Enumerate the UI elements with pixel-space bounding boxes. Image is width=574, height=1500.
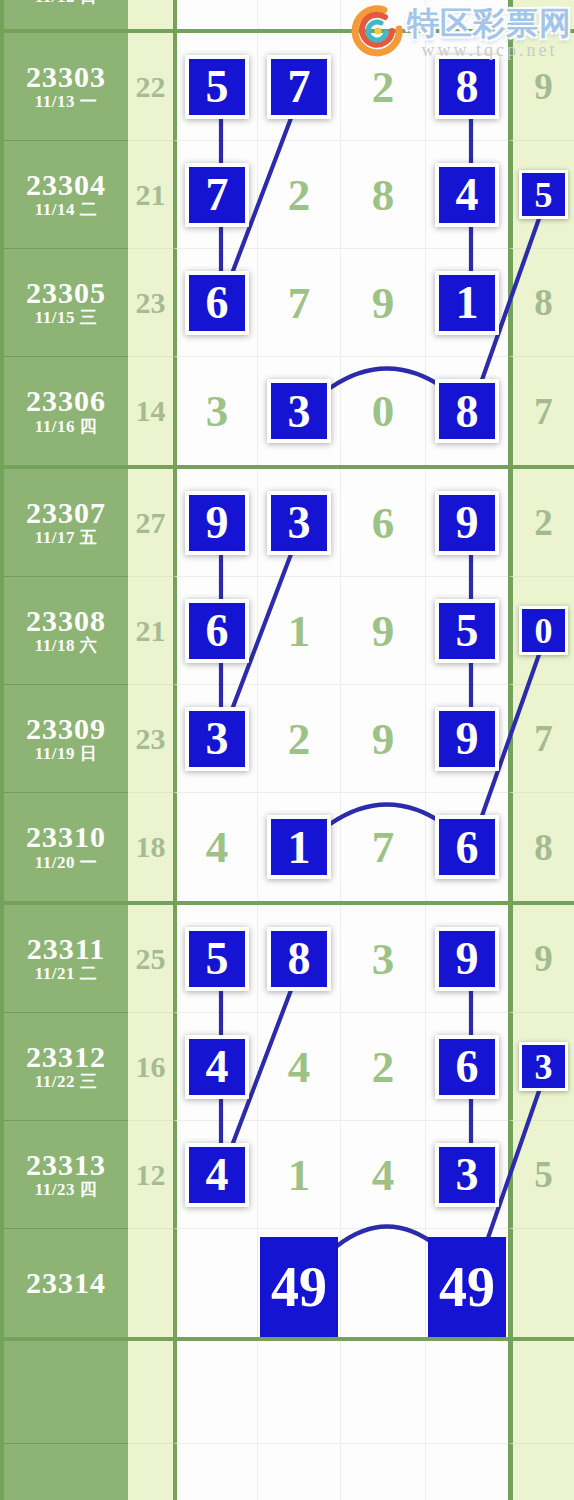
digit-value: 9: [534, 937, 553, 980]
draw-row: 2331211/22 三1644263: [4, 1013, 574, 1121]
sum-value: 21: [136, 178, 166, 212]
draw-date: 11/18 六: [35, 636, 98, 656]
highlighted-digit-box: 3: [267, 379, 331, 443]
highlighted-digit-box: 5: [185, 927, 249, 991]
sum-value: 21: [136, 614, 166, 648]
digit-cell: [257, 0, 340, 29]
draw-date: 11/23 四: [35, 1180, 98, 1200]
draw-row: 2330711/17 五2793692: [4, 469, 574, 577]
logo-swirl-icon: [351, 5, 403, 57]
digit-cell: 0: [340, 357, 425, 465]
draw-row: 2330911/19 日2332997: [4, 685, 574, 793]
digit-cell: 1: [257, 577, 340, 685]
sum-cell: 27: [128, 469, 173, 577]
digit-value: 6: [372, 497, 395, 549]
issue-number: 23304: [26, 169, 106, 201]
digit-value: 2: [288, 713, 311, 765]
digit-cell: 1: [257, 1121, 340, 1229]
digit-cell: 2: [508, 469, 574, 577]
draw-date: 11/14 二: [35, 200, 98, 220]
issue-cell: 2330311/13 一: [4, 33, 128, 141]
digit-cell: 0: [508, 577, 574, 685]
site-url-watermark: www.tqcp.net: [422, 40, 558, 61]
sum-value: 25: [136, 942, 166, 976]
sum-cell: 16: [128, 1013, 173, 1121]
highlighted-digit-box: 6: [435, 1035, 499, 1099]
draw-row: 233144949: [4, 1229, 574, 1337]
digit-cell: 1: [257, 793, 340, 901]
empty-row: [4, 1341, 574, 1444]
digit-cell: 5: [173, 33, 257, 141]
digit-cell: 2: [257, 141, 340, 249]
highlighted-digit-box: 4: [185, 1143, 249, 1207]
highlighted-digit-box: 8: [435, 379, 499, 443]
digit-cell: 4: [257, 1013, 340, 1121]
sum-cell: [128, 1229, 173, 1337]
digit-cell: 5: [425, 577, 508, 685]
draw-date: 11/17 五: [35, 528, 98, 548]
issue-cell: 2330511/15 三: [4, 249, 128, 357]
highlighted-digit-box: 9: [435, 491, 499, 555]
highlighted-digit-box: 3: [519, 1042, 568, 1091]
sum-value: 23: [136, 286, 166, 320]
digit-cell: 7: [508, 357, 574, 465]
digit-cell: 7: [173, 141, 257, 249]
sum-cell: 23: [128, 249, 173, 357]
highlighted-digit-box: 0: [519, 606, 568, 655]
digit-cell: 4: [173, 793, 257, 901]
sum-value: 14: [136, 394, 166, 428]
digit-value: 4: [288, 1041, 311, 1093]
draw-date: 11/15 三: [35, 308, 98, 328]
digit-cell: 5: [173, 905, 257, 1013]
digit-cell: 9: [340, 249, 425, 357]
issue-cell: 2331311/23 四: [4, 1121, 128, 1229]
sum-value: 16: [136, 1050, 166, 1084]
digit-cell: 7: [508, 685, 574, 793]
digit-value: 7: [534, 390, 553, 433]
issue-cell: 2330811/18 六: [4, 577, 128, 685]
digit-cell: 4: [340, 1121, 425, 1229]
draw-date: 11/22 三: [35, 1072, 98, 1092]
digit-cell: 49: [425, 1229, 508, 1337]
digit-cell: 9: [173, 469, 257, 577]
digit-cell: 2: [340, 1013, 425, 1121]
issue-number: 23305: [26, 277, 106, 309]
sum-value: 12: [136, 1158, 166, 1192]
digit-cell: 9: [425, 469, 508, 577]
digit-value: 9: [372, 713, 395, 765]
issue-number: 23312: [26, 1041, 106, 1073]
digit-cell: 3: [173, 357, 257, 465]
sum-cell: 21: [128, 141, 173, 249]
digit-value: 1: [288, 605, 311, 657]
digit-cell: 7: [257, 249, 340, 357]
highlighted-digit-box: 3: [185, 707, 249, 771]
draw-date: 11/19 日: [35, 744, 98, 764]
highlighted-digit-box: 6: [185, 271, 249, 335]
draw-row: 2330611/16 四1433087: [4, 357, 574, 465]
draw-row: 2331311/23 四1241435: [4, 1121, 574, 1229]
issue-cell: 2330611/16 四: [4, 357, 128, 465]
empty-rows: [4, 1341, 574, 1500]
highlighted-digit-box: 9: [435, 927, 499, 991]
digit-cell: 5: [508, 141, 574, 249]
digit-cell: 4: [173, 1121, 257, 1229]
highlighted-digit-box: 7: [267, 55, 331, 119]
lottery-trend-chart: 11/12 日 2330311/13 一22572892330411/14 二2…: [0, 0, 574, 1500]
digit-cell: 6: [340, 469, 425, 577]
digit-cell: 3: [257, 469, 340, 577]
digit-cell: 3: [425, 1121, 508, 1229]
digit-value: 3: [372, 933, 395, 985]
digit-cell: 6: [173, 577, 257, 685]
digit-value: 7: [288, 277, 311, 329]
digit-value: 8: [534, 281, 553, 324]
issue-number: 23309: [26, 713, 106, 745]
draw-group: 2330311/13 一22572892330411/14 二217284523…: [4, 33, 574, 469]
draw-row: 2330511/15 三2367918: [4, 249, 574, 357]
draw-date: 11/20 一: [35, 853, 98, 873]
digit-cell: 9: [340, 577, 425, 685]
digit-value: 2: [534, 501, 553, 544]
highlighted-digit-box: 1: [267, 815, 331, 879]
digit-cell: 8: [508, 793, 574, 901]
digit-cell: 3: [173, 685, 257, 793]
issue-cell: 2330411/14 二: [4, 141, 128, 249]
digit-cell: 9: [425, 685, 508, 793]
digit-value: 0: [372, 385, 395, 437]
issue-cell: 23314: [4, 1229, 128, 1337]
highlighted-digit-box: 4: [185, 1035, 249, 1099]
digit-cell: [173, 0, 257, 29]
digit-cell: 7: [340, 793, 425, 901]
sum-value: 18: [136, 830, 166, 864]
draw-row: 2330811/18 六2161950: [4, 577, 574, 685]
sum-value: 22: [136, 70, 166, 104]
digit-cell: 3: [257, 357, 340, 465]
highlighted-digit-box: 3: [435, 1143, 499, 1207]
digit-cell: 3: [340, 905, 425, 1013]
sum-cell: 18: [128, 793, 173, 901]
highlighted-digit-box: 9: [185, 491, 249, 555]
digit-cell: 8: [340, 141, 425, 249]
highlighted-digit-box: 4: [435, 163, 499, 227]
issue-cell: 2330711/17 五: [4, 469, 128, 577]
issue-number: 23308: [26, 605, 106, 637]
digit-value: 1: [288, 1149, 311, 1201]
digit-value: 2: [372, 1041, 395, 1093]
digit-cell: 4: [425, 141, 508, 249]
issue-number: 23307: [26, 497, 106, 529]
draw-row: 2330411/14 二2172845: [4, 141, 574, 249]
digit-value: 2: [288, 169, 311, 221]
highlighted-digit-box: 5: [519, 170, 568, 219]
issue-cell: 11/12 日: [4, 0, 128, 29]
highlighted-digit-box: 7: [185, 163, 249, 227]
issue-number: 23311: [27, 933, 105, 965]
digit-value: 3: [206, 385, 229, 437]
sum-cell: 12: [128, 1121, 173, 1229]
digit-cell: [508, 1229, 574, 1337]
digit-cell: 6: [425, 793, 508, 901]
issue-cell: 2331011/20 一: [4, 793, 128, 901]
digit-value: 7: [372, 821, 395, 873]
highlighted-digit-box: 8: [267, 927, 331, 991]
issue-number: 23306: [26, 385, 106, 417]
highlighted-digit-box: 49: [260, 1237, 338, 1337]
digit-value: 7: [534, 717, 553, 760]
digit-cell: 9: [508, 905, 574, 1013]
draw-row: 2331011/20 一1841768: [4, 793, 574, 901]
digit-cell: 6: [173, 249, 257, 357]
digit-cell: 9: [425, 905, 508, 1013]
digit-value: 9: [372, 277, 395, 329]
issue-cell: 2330911/19 日: [4, 685, 128, 793]
sum-cell: 25: [128, 905, 173, 1013]
highlighted-digit-box: 5: [185, 55, 249, 119]
digit-cell: 6: [425, 1013, 508, 1121]
highlighted-digit-box: 6: [185, 599, 249, 663]
sum-cell: [128, 0, 173, 29]
draw-date: 11/21 二: [35, 964, 98, 984]
draw-date: 11/12 日: [35, 0, 98, 7]
highlighted-digit-box: 6: [435, 815, 499, 879]
highlighted-digit-box: 5: [435, 599, 499, 663]
digit-cell: 8: [508, 249, 574, 357]
digit-value: 4: [372, 1149, 395, 1201]
highlighted-digit-box: 3: [267, 491, 331, 555]
digit-cell: [173, 1229, 257, 1337]
digit-cell: 2: [257, 685, 340, 793]
digit-value: 8: [372, 169, 395, 221]
sum-cell: 21: [128, 577, 173, 685]
sum-value: 27: [136, 506, 166, 540]
digit-cell: 49: [257, 1229, 340, 1337]
draw-date: 11/16 四: [35, 417, 98, 437]
digit-cell: 8: [257, 905, 340, 1013]
digit-cell: [340, 1229, 425, 1337]
digit-cell: 8: [425, 357, 508, 465]
digit-value: 2: [372, 61, 395, 113]
highlighted-digit-box: 49: [428, 1237, 506, 1337]
empty-row: [4, 1444, 574, 1500]
issue-cell: 2331211/22 三: [4, 1013, 128, 1121]
digit-value: 9: [372, 605, 395, 657]
draw-group: 2330711/17 五27936922330811/18 六216195023…: [4, 469, 574, 905]
sum-cell: 22: [128, 33, 173, 141]
issue-number: 23313: [26, 1149, 106, 1181]
sum-cell: 23: [128, 685, 173, 793]
highlighted-digit-box: 9: [435, 707, 499, 771]
draw-row: 2331111/21 二2558399: [4, 905, 574, 1013]
digit-cell: 3: [508, 1013, 574, 1121]
digit-cell: 1: [425, 249, 508, 357]
sum-cell: 14: [128, 357, 173, 465]
digit-value: 5: [534, 1153, 553, 1196]
issue-number: 23303: [26, 61, 106, 93]
digit-cell: 9: [340, 685, 425, 793]
draw-date: 11/13 一: [35, 92, 98, 112]
digit-value: 9: [534, 65, 553, 108]
issue-cell: 2331111/21 二: [4, 905, 128, 1013]
issue-number: 23310: [26, 821, 106, 853]
site-name: 特区彩票网: [407, 5, 572, 41]
sum-value: 23: [136, 722, 166, 756]
draw-group: 2331111/21 二25583992331211/22 三164426323…: [4, 905, 574, 1341]
highlighted-digit-box: 8: [435, 55, 499, 119]
draw-rows: 2330311/13 一22572892330411/14 二217284523…: [4, 33, 574, 1341]
digit-cell: 4: [173, 1013, 257, 1121]
issue-number: 23314: [26, 1267, 106, 1299]
digit-value: 4: [206, 821, 229, 873]
digit-cell: 5: [508, 1121, 574, 1229]
highlighted-digit-box: 1: [435, 271, 499, 335]
digit-cell: 7: [257, 33, 340, 141]
site-logo: 特区彩票网 www.tqcp.net: [351, 5, 572, 61]
digit-value: 8: [534, 826, 553, 869]
